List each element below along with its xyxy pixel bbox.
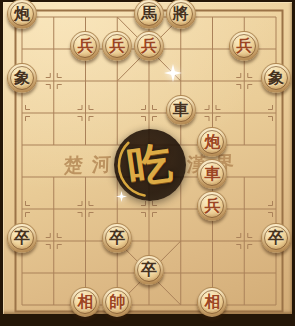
piece-red-soldier[interactable]: 兵 [134, 31, 164, 61]
piece-glyph: 卒 [141, 262, 157, 278]
capture-badge: 吃 [114, 129, 186, 201]
piece-glyph: 相 [77, 294, 93, 310]
piece-glyph: 兵 [204, 198, 220, 214]
piece-black-soldier[interactable]: 卒 [134, 255, 164, 285]
piece-glyph: 馬 [141, 6, 157, 22]
piece-glyph: 兵 [141, 38, 157, 54]
piece-glyph: 卒 [268, 230, 284, 246]
capture-badge-text: 吃 [124, 133, 176, 198]
xiangqi-game-screen: 楚河 漢界 炮馬將兵兵兵兵象象車炮車兵卒卒卒卒相帥相 吃 [0, 0, 295, 326]
piece-black-soldier[interactable]: 卒 [102, 223, 132, 253]
piece-glyph: 車 [204, 166, 220, 182]
piece-glyph: 帥 [109, 294, 125, 310]
piece-black-soldier[interactable]: 卒 [7, 223, 37, 253]
piece-red-general[interactable]: 帥 [102, 287, 132, 317]
piece-black-soldier[interactable]: 卒 [261, 223, 291, 253]
piece-red-soldier[interactable]: 兵 [70, 31, 100, 61]
piece-glyph: 兵 [77, 38, 93, 54]
piece-red-soldier[interactable]: 兵 [229, 31, 259, 61]
piece-glyph: 卒 [14, 230, 30, 246]
piece-red-chariot[interactable]: 車 [197, 159, 227, 189]
piece-black-horse[interactable]: 馬 [134, 0, 164, 29]
piece-glyph: 象 [268, 70, 284, 86]
piece-glyph: 炮 [204, 134, 220, 150]
piece-glyph: 將 [173, 6, 189, 22]
piece-glyph: 兵 [109, 38, 125, 54]
piece-black-general[interactable]: 將 [166, 0, 196, 29]
piece-red-soldier[interactable]: 兵 [197, 191, 227, 221]
piece-black-cannon[interactable]: 炮 [7, 0, 37, 29]
piece-glyph: 卒 [109, 230, 125, 246]
piece-red-elephant[interactable]: 相 [70, 287, 100, 317]
piece-red-cannon[interactable]: 炮 [197, 127, 227, 157]
piece-red-soldier[interactable]: 兵 [102, 31, 132, 61]
piece-black-elephant[interactable]: 象 [261, 63, 291, 93]
piece-black-chariot[interactable]: 車 [166, 95, 196, 125]
piece-glyph: 炮 [14, 6, 30, 22]
piece-glyph: 象 [14, 70, 30, 86]
piece-glyph: 兵 [236, 38, 252, 54]
piece-glyph: 相 [204, 294, 220, 310]
piece-black-elephant[interactable]: 象 [7, 63, 37, 93]
piece-red-elephant[interactable]: 相 [197, 287, 227, 317]
piece-glyph: 車 [173, 102, 189, 118]
